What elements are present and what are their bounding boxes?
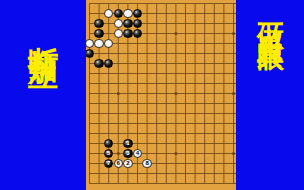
stone-black[interactable] [123,19,132,28]
stone-white-move-6[interactable]: 6 [114,159,123,168]
star-point [174,152,177,155]
star-point [174,92,177,95]
move-number: 7 [107,160,110,166]
stone-black[interactable] [94,59,103,68]
stone-white[interactable] [114,19,123,28]
left-caption-panel: 断打加立 [0,0,86,190]
stone-white[interactable] [94,39,103,48]
right-caption-text: 做出一只真眼 [257,3,284,27]
stone-white[interactable] [114,29,123,38]
star-point [232,152,235,155]
left-caption-text: 断打加立 [28,22,58,38]
star-point [117,152,120,155]
right-caption-panel: 做出一只真眼 [236,0,304,190]
move-number: 2 [126,160,129,166]
stone-black-move-3[interactable]: 3 [123,149,132,158]
move-number: 8 [145,160,148,166]
star-point [232,32,235,35]
stone-white[interactable] [123,9,132,18]
go-board[interactable]: 15347628 [86,0,236,190]
stone-black[interactable] [114,9,123,18]
stone-black[interactable] [94,29,103,38]
stone-white-move-8[interactable]: 8 [142,159,151,168]
star-point [232,92,235,95]
move-number: 4 [136,150,139,156]
move-number: 5 [107,150,110,156]
stone-black[interactable] [123,29,132,38]
move-number: 6 [117,160,120,166]
stone-white-move-2[interactable]: 2 [123,159,132,168]
move-number: 3 [126,150,129,156]
star-point [117,92,120,95]
star-point [174,32,177,35]
video-frame: 断打加立 15347628 做出一只真眼 [0,0,304,190]
stone-black[interactable] [94,19,103,28]
move-number: 1 [126,140,129,146]
stone-black-move-1[interactable]: 1 [123,139,132,148]
